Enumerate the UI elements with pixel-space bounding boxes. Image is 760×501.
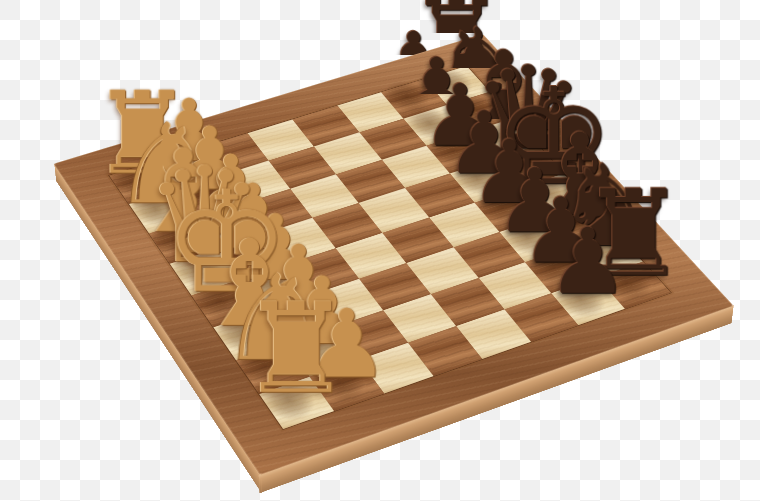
square-e1: ♚ [191, 279, 262, 327]
square-c3 [244, 189, 313, 233]
piece-black-rook: ♜ [557, 116, 711, 285]
square-f3 [311, 279, 383, 327]
chessboard: ♜♞♝♛♚♝♞♜♟♟♟♟♟♟♟♟♟♟♟♟♟♟♟♟♜♞♝♛♚♝♞♜ [54, 34, 734, 475]
transparent-checker-background: ♜♞♝♛♚♝♞♜♟♟♟♟♟♟♟♟♟♟♟♟♟♟♟♟♜♞♝♛♚♝♞♜ [0, 0, 760, 501]
